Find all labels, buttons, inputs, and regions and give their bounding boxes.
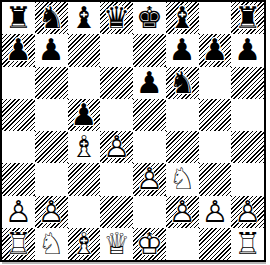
- square-e8: ♚: [133, 2, 166, 34]
- square-a4: [2, 131, 35, 163]
- piece-black-bishop: ♝: [169, 3, 196, 33]
- piece-black-pawn: ♟: [169, 35, 196, 65]
- square-f6: ♞: [166, 67, 199, 99]
- square-e6: ♟: [133, 67, 166, 99]
- square-e2: [133, 196, 166, 228]
- square-b6: [35, 67, 68, 99]
- square-c1: ♝♗: [68, 228, 101, 260]
- square-h3: [231, 163, 264, 195]
- piece-white-pawn: ♟♙: [103, 132, 130, 162]
- square-f8: ♝: [166, 2, 199, 34]
- piece-white-bishop: ♝♗: [70, 229, 97, 259]
- square-f4: [166, 131, 199, 163]
- piece-black-pawn: ♟: [234, 35, 261, 65]
- piece-black-knight: ♞: [38, 3, 65, 33]
- square-d4: ♟♙: [100, 131, 133, 163]
- square-g5: [199, 99, 232, 131]
- square-h5: [231, 99, 264, 131]
- square-c8: ♝: [68, 2, 101, 34]
- piece-outline: ♙: [201, 196, 228, 228]
- square-h8: ♜: [231, 2, 264, 34]
- piece-black-pawn: ♟: [5, 35, 32, 65]
- piece-outline: ♘: [38, 228, 65, 260]
- square-b1: ♞♘: [35, 228, 68, 260]
- piece-white-queen: ♛♕: [103, 229, 130, 259]
- square-f7: ♟: [166, 34, 199, 66]
- square-a5: [2, 99, 35, 131]
- board-bottom-shadow: [2, 262, 266, 264]
- piece-white-pawn: ♟♙: [38, 197, 65, 227]
- piece-white-pawn: ♟♙: [169, 197, 196, 227]
- piece-white-knight: ♞♘: [169, 164, 196, 194]
- piece-white-knight: ♞♘: [38, 229, 65, 259]
- piece-black-bishop: ♝: [70, 3, 97, 33]
- square-h1: ♜♖: [231, 228, 264, 260]
- square-d1: ♛♕: [100, 228, 133, 260]
- piece-outline: ♙: [234, 196, 261, 228]
- square-e7: [133, 34, 166, 66]
- square-h2: ♟♙: [231, 196, 264, 228]
- square-c2: [68, 196, 101, 228]
- square-g8: [199, 2, 232, 34]
- square-d2: [100, 196, 133, 228]
- piece-black-knight: ♞: [169, 68, 196, 98]
- piece-outline: ♙: [169, 196, 196, 228]
- square-g1: [199, 228, 232, 260]
- piece-outline: ♔: [136, 228, 163, 260]
- square-a7: ♟: [2, 34, 35, 66]
- square-h7: ♟: [231, 34, 264, 66]
- square-e5: [133, 99, 166, 131]
- square-f1: [166, 228, 199, 260]
- square-c4: ♝♗: [68, 131, 101, 163]
- square-b7: ♟: [35, 34, 68, 66]
- piece-outline: ♗: [70, 131, 97, 163]
- square-b2: ♟♙: [35, 196, 68, 228]
- square-f5: [166, 99, 199, 131]
- piece-outline: ♕: [103, 228, 130, 260]
- square-a8: ♜: [2, 2, 35, 34]
- square-a6: [2, 67, 35, 99]
- square-g4: [199, 131, 232, 163]
- piece-black-pawn: ♟: [70, 100, 97, 130]
- piece-white-bishop: ♝♗: [70, 132, 97, 162]
- piece-black-pawn: ♟: [201, 35, 228, 65]
- piece-black-king: ♚: [136, 3, 163, 33]
- square-a3: [2, 163, 35, 195]
- square-d8: ♛: [100, 2, 133, 34]
- piece-white-pawn: ♟♙: [234, 197, 261, 227]
- square-c6: [68, 67, 101, 99]
- square-c5: ♟: [68, 99, 101, 131]
- piece-black-pawn: ♟: [38, 35, 65, 65]
- square-e1: ♚♔: [133, 228, 166, 260]
- square-h6: [231, 67, 264, 99]
- piece-outline: ♙: [38, 196, 65, 228]
- piece-outline: ♙: [5, 196, 32, 228]
- piece-outline: ♙: [103, 131, 130, 163]
- square-e4: [133, 131, 166, 163]
- square-b4: [35, 131, 68, 163]
- piece-black-queen: ♛: [103, 3, 130, 33]
- piece-white-pawn: ♟♙: [5, 197, 32, 227]
- piece-white-pawn: ♟♙: [201, 197, 228, 227]
- piece-outline: ♘: [169, 163, 196, 195]
- piece-black-pawn: ♟: [136, 68, 163, 98]
- square-d7: [100, 34, 133, 66]
- square-h4: [231, 131, 264, 163]
- square-d5: [100, 99, 133, 131]
- square-f3: ♞♘: [166, 163, 199, 195]
- square-g6: [199, 67, 232, 99]
- square-b8: ♞: [35, 2, 68, 34]
- piece-black-rook: ♜: [5, 3, 32, 33]
- piece-white-rook: ♜♖: [5, 229, 32, 259]
- square-g2: ♟♙: [199, 196, 232, 228]
- piece-outline: ♖: [234, 228, 261, 260]
- page: { "game": "chess", "diagram_style": { "l…: [0, 0, 270, 265]
- square-a1: ♜♖: [2, 228, 35, 260]
- piece-white-rook: ♜♖: [234, 229, 261, 259]
- square-e3: ♟♙: [133, 163, 166, 195]
- piece-outline: ♙: [136, 163, 163, 195]
- square-f2: ♟♙: [166, 196, 199, 228]
- square-d3: [100, 163, 133, 195]
- square-c7: [68, 34, 101, 66]
- square-a2: ♟♙: [2, 196, 35, 228]
- square-d6: [100, 67, 133, 99]
- piece-white-pawn: ♟♙: [136, 164, 163, 194]
- square-g3: [199, 163, 232, 195]
- square-c3: [68, 163, 101, 195]
- piece-white-king: ♚♔: [136, 229, 163, 259]
- chess-board: ♜♞♝♛♚♝♜♟♟♟♟♟♟♞♟♝♗♟♙♟♙♞♘♟♙♟♙♟♙♟♙♟♙♜♖♞♘♝♗♛…: [0, 0, 266, 262]
- piece-outline: ♖: [5, 228, 32, 260]
- square-g7: ♟: [199, 34, 232, 66]
- piece-black-rook: ♜: [234, 3, 261, 33]
- piece-outline: ♗: [70, 228, 97, 260]
- square-b3: [35, 163, 68, 195]
- square-b5: [35, 99, 68, 131]
